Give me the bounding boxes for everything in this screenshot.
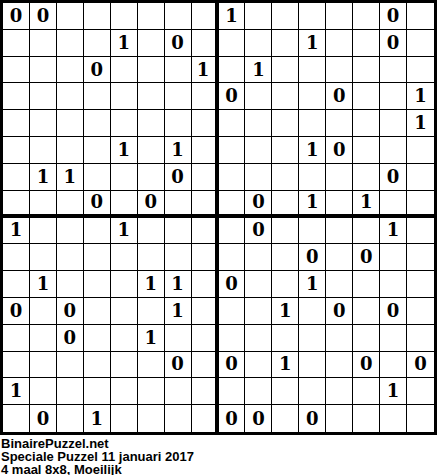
cell-r10c12: 0: [299, 244, 326, 271]
cell-r12c3: 0: [57, 298, 84, 325]
cell-r13c10[interactable]: [245, 325, 272, 352]
cell-r8c6: 0: [138, 191, 165, 218]
cell-r3c9[interactable]: [219, 57, 246, 84]
cell-r9c8[interactable]: [192, 218, 219, 245]
cell-r11c1[interactable]: [3, 271, 30, 298]
cell-r1c11[interactable]: [272, 3, 299, 30]
cell-r14c14: 0: [353, 352, 380, 379]
cell-r16c10: 0: [245, 405, 272, 432]
cell-r5c4[interactable]: [84, 110, 111, 137]
cell-r8c4: 0: [84, 191, 111, 218]
cell-r16c3[interactable]: [57, 405, 84, 432]
cell-r13c11[interactable]: [272, 325, 299, 352]
cell-r16c15[interactable]: [380, 405, 407, 432]
cell-r3c2[interactable]: [30, 57, 57, 84]
cell-r15c5[interactable]: [111, 378, 138, 405]
cell-r5c3[interactable]: [57, 110, 84, 137]
cell-r2c10[interactable]: [245, 30, 272, 57]
cell-r5c1[interactable]: [3, 110, 30, 137]
cell-r7c9[interactable]: [219, 164, 246, 191]
cell-r16c11[interactable]: [272, 405, 299, 432]
cell-r13c12[interactable]: [299, 325, 326, 352]
cell-r13c3: 0: [57, 325, 84, 352]
cell-r10c16[interactable]: [407, 244, 434, 271]
cell-r9c10: 0: [245, 218, 272, 245]
cell-r8c7[interactable]: [165, 191, 192, 218]
cell-r7c15: 0: [380, 164, 407, 191]
cell-r10c10[interactable]: [245, 244, 272, 271]
cell-r10c3[interactable]: [57, 244, 84, 271]
cell-r2c6[interactable]: [138, 30, 165, 57]
cell-r1c7[interactable]: [165, 3, 192, 30]
cell-r7c11[interactable]: [272, 164, 299, 191]
cell-r9c1: 1: [3, 218, 30, 245]
cell-r16c8[interactable]: [192, 405, 219, 432]
cell-r11c16[interactable]: [407, 271, 434, 298]
cell-r14c12[interactable]: [299, 352, 326, 379]
cell-r10c11[interactable]: [272, 244, 299, 271]
cell-r6c10[interactable]: [245, 137, 272, 164]
cell-r12c5[interactable]: [111, 298, 138, 325]
cell-r5c14[interactable]: [353, 110, 380, 137]
cell-r11c14[interactable]: [353, 271, 380, 298]
cell-r15c7[interactable]: [165, 378, 192, 405]
cell-r9c4[interactable]: [84, 218, 111, 245]
binary-puzzle-board: 0010101001100111110110000011110100111010…: [0, 0, 437, 435]
cell-r6c1[interactable]: [3, 137, 30, 164]
cell-r9c7[interactable]: [165, 218, 192, 245]
cell-r3c10: 1: [245, 57, 272, 84]
cell-r14c16: 0: [407, 352, 434, 379]
cell-r6c16[interactable]: [407, 137, 434, 164]
cell-r8c11[interactable]: [272, 191, 299, 218]
cell-r3c4: 0: [84, 57, 111, 84]
cell-r2c4[interactable]: [84, 30, 111, 57]
cell-r14c10[interactable]: [245, 352, 272, 379]
cell-r16c5[interactable]: [111, 405, 138, 432]
cell-r6c5: 1: [111, 137, 138, 164]
cell-r16c9: 0: [219, 405, 246, 432]
cell-r1c13[interactable]: [326, 3, 353, 30]
cell-r1c14[interactable]: [353, 3, 380, 30]
cell-r13c9[interactable]: [219, 325, 246, 352]
cell-r15c8[interactable]: [192, 378, 219, 405]
cell-r7c6[interactable]: [138, 164, 165, 191]
cell-r4c15[interactable]: [380, 83, 407, 110]
cell-r12c7: 1: [165, 298, 192, 325]
cell-r11c3[interactable]: [57, 271, 84, 298]
cell-r14c11: 1: [272, 352, 299, 379]
cell-r15c16[interactable]: [407, 378, 434, 405]
cell-r12c16[interactable]: [407, 298, 434, 325]
cell-r11c9: 0: [219, 271, 246, 298]
cell-r7c16[interactable]: [407, 164, 434, 191]
cell-r10c5[interactable]: [111, 244, 138, 271]
cell-r12c13: 0: [326, 298, 353, 325]
cell-r6c12: 1: [299, 137, 326, 164]
cell-r4c11[interactable]: [272, 83, 299, 110]
cell-r8c5[interactable]: [111, 191, 138, 218]
cell-r2c13[interactable]: [326, 30, 353, 57]
cell-r5c2[interactable]: [30, 110, 57, 137]
cell-r5c9[interactable]: [219, 110, 246, 137]
cell-r1c8[interactable]: [192, 3, 219, 30]
cell-r11c5[interactable]: [111, 271, 138, 298]
cell-r11c12: 1: [299, 271, 326, 298]
cell-r12c11: 1: [272, 298, 299, 325]
cell-r2c9[interactable]: [219, 30, 246, 57]
cell-r3c1[interactable]: [3, 57, 30, 84]
cell-r16c14[interactable]: [353, 405, 380, 432]
cell-r9c9[interactable]: [219, 218, 246, 245]
cell-r11c7: 1: [165, 271, 192, 298]
cell-r9c5: 1: [111, 218, 138, 245]
cell-r15c11[interactable]: [272, 378, 299, 405]
cell-r15c2[interactable]: [30, 378, 57, 405]
cell-r10c14: 0: [353, 244, 380, 271]
cell-r10c15[interactable]: [380, 244, 407, 271]
cell-r8c3[interactable]: [57, 191, 84, 218]
cell-r14c3[interactable]: [57, 352, 84, 379]
cell-r9c14[interactable]: [353, 218, 380, 245]
cell-r10c4[interactable]: [84, 244, 111, 271]
cell-r15c12[interactable]: [299, 378, 326, 405]
cell-r13c4[interactable]: [84, 325, 111, 352]
cell-r9c15: 1: [380, 218, 407, 245]
cell-r1c3[interactable]: [57, 3, 84, 30]
cell-r13c13[interactable]: [326, 325, 353, 352]
cell-r4c1[interactable]: [3, 83, 30, 110]
cell-r11c11[interactable]: [272, 271, 299, 298]
cell-r11c8[interactable]: [192, 271, 219, 298]
cell-r8c14: 1: [353, 191, 380, 218]
cell-r16c6[interactable]: [138, 405, 165, 432]
cell-r15c4[interactable]: [84, 378, 111, 405]
cell-r9c6[interactable]: [138, 218, 165, 245]
cell-r14c8[interactable]: [192, 352, 219, 379]
cell-r2c12: 1: [299, 30, 326, 57]
cell-r4c14[interactable]: [353, 83, 380, 110]
cell-r5c11[interactable]: [272, 110, 299, 137]
cell-r4c3[interactable]: [57, 83, 84, 110]
cell-r14c13[interactable]: [326, 352, 353, 379]
cell-r4c13: 0: [326, 83, 353, 110]
cell-r7c2: 1: [30, 164, 57, 191]
cell-r9c16[interactable]: [407, 218, 434, 245]
cell-r1c5[interactable]: [111, 3, 138, 30]
cell-r2c3[interactable]: [57, 30, 84, 57]
cell-r10c7[interactable]: [165, 244, 192, 271]
cell-r14c4[interactable]: [84, 352, 111, 379]
cell-r1c2: 0: [30, 3, 57, 30]
cell-r2c11[interactable]: [272, 30, 299, 57]
cell-r13c1[interactable]: [3, 325, 30, 352]
cell-r4c6[interactable]: [138, 83, 165, 110]
cell-r16c2: 0: [30, 405, 57, 432]
cell-r4c16: 1: [407, 83, 434, 110]
cell-r13c5[interactable]: [111, 325, 138, 352]
cell-r3c16[interactable]: [407, 57, 434, 84]
cell-r10c2[interactable]: [30, 244, 57, 271]
cell-r3c15[interactable]: [380, 57, 407, 84]
cell-r16c12: 0: [299, 405, 326, 432]
cell-r2c8[interactable]: [192, 30, 219, 57]
cell-r5c7[interactable]: [165, 110, 192, 137]
cell-r15c3[interactable]: [57, 378, 84, 405]
puzzle-subtitle: 4 maal 8x8, Moeilijk: [1, 463, 437, 475]
cell-r4c12[interactable]: [299, 83, 326, 110]
cell-r14c9: 0: [219, 352, 246, 379]
cell-r16c1[interactable]: [3, 405, 30, 432]
cell-r15c9[interactable]: [219, 378, 246, 405]
cell-r10c13[interactable]: [326, 244, 353, 271]
cell-r4c7[interactable]: [165, 83, 192, 110]
cell-r8c8[interactable]: [192, 191, 219, 218]
cell-r5c13[interactable]: [326, 110, 353, 137]
cell-r13c6: 1: [138, 325, 165, 352]
cell-r11c6: 1: [138, 271, 165, 298]
cell-r10c8[interactable]: [192, 244, 219, 271]
cell-r2c7: 0: [165, 30, 192, 57]
cell-r16c16[interactable]: [407, 405, 434, 432]
cell-r12c10[interactable]: [245, 298, 272, 325]
cell-r8c2[interactable]: [30, 191, 57, 218]
cell-r2c15: 0: [380, 30, 407, 57]
cell-r7c10[interactable]: [245, 164, 272, 191]
cell-r1c4[interactable]: [84, 3, 111, 30]
cell-r2c2[interactable]: [30, 30, 57, 57]
cell-r3c14[interactable]: [353, 57, 380, 84]
cell-r4c5[interactable]: [111, 83, 138, 110]
cell-r9c12[interactable]: [299, 218, 326, 245]
cell-r3c8: 1: [192, 57, 219, 84]
cell-r2c14[interactable]: [353, 30, 380, 57]
cell-r11c4[interactable]: [84, 271, 111, 298]
cell-r13c14[interactable]: [353, 325, 380, 352]
cell-r8c15[interactable]: [380, 191, 407, 218]
puzzle-footer: BinairePuzzel.net Speciale Puzzel 11 jan…: [0, 435, 437, 475]
cell-r2c5: 1: [111, 30, 138, 57]
cell-r15c1: 1: [3, 378, 30, 405]
cell-r11c15[interactable]: [380, 271, 407, 298]
cell-r5c6[interactable]: [138, 110, 165, 137]
cell-r15c14[interactable]: [353, 378, 380, 405]
cell-r15c15: 1: [380, 378, 407, 405]
cell-r5c5[interactable]: [111, 110, 138, 137]
cell-r8c10: 0: [245, 191, 272, 218]
cell-r5c10[interactable]: [245, 110, 272, 137]
cell-r8c16[interactable]: [407, 191, 434, 218]
cell-r9c13[interactable]: [326, 218, 353, 245]
cell-r10c9[interactable]: [219, 244, 246, 271]
cell-r7c1[interactable]: [3, 164, 30, 191]
cell-r6c2[interactable]: [30, 137, 57, 164]
cell-r2c16[interactable]: [407, 30, 434, 57]
cell-r5c15[interactable]: [380, 110, 407, 137]
cell-r10c1[interactable]: [3, 244, 30, 271]
cell-r13c15[interactable]: [380, 325, 407, 352]
cell-r6c3[interactable]: [57, 137, 84, 164]
cell-r3c3[interactable]: [57, 57, 84, 84]
cell-r4c2[interactable]: [30, 83, 57, 110]
cell-r5c12[interactable]: [299, 110, 326, 137]
cell-r6c8[interactable]: [192, 137, 219, 164]
cell-r1c6[interactable]: [138, 3, 165, 30]
cell-r8c1[interactable]: [3, 191, 30, 218]
cell-r11c13[interactable]: [326, 271, 353, 298]
cell-r1c16[interactable]: [407, 3, 434, 30]
cell-r4c8[interactable]: [192, 83, 219, 110]
cell-r1c12[interactable]: [299, 3, 326, 30]
cell-r1c9: 1: [219, 3, 246, 30]
cell-r10c6[interactable]: [138, 244, 165, 271]
cell-r7c4[interactable]: [84, 164, 111, 191]
cell-r7c13[interactable]: [326, 164, 353, 191]
cell-r5c16: 1: [407, 110, 434, 137]
cell-r6c6[interactable]: [138, 137, 165, 164]
cell-r6c4[interactable]: [84, 137, 111, 164]
cell-r3c7[interactable]: [165, 57, 192, 84]
cell-r12c9[interactable]: [219, 298, 246, 325]
cell-r14c1[interactable]: [3, 352, 30, 379]
cell-r7c12[interactable]: [299, 164, 326, 191]
cell-r14c7: 0: [165, 352, 192, 379]
cell-r9c11[interactable]: [272, 218, 299, 245]
cell-r1c1: 0: [3, 3, 30, 30]
cell-r1c10[interactable]: [245, 3, 272, 30]
cell-r12c14[interactable]: [353, 298, 380, 325]
cell-r6c11[interactable]: [272, 137, 299, 164]
cell-r6c9[interactable]: [219, 137, 246, 164]
cell-r1c15: 0: [380, 3, 407, 30]
cell-r14c15[interactable]: [380, 352, 407, 379]
cell-r15c10[interactable]: [245, 378, 272, 405]
cell-r13c16[interactable]: [407, 325, 434, 352]
cell-r8c13[interactable]: [326, 191, 353, 218]
cell-r14c5[interactable]: [111, 352, 138, 379]
cell-r3c12[interactable]: [299, 57, 326, 84]
cell-r16c7[interactable]: [165, 405, 192, 432]
cell-r3c6[interactable]: [138, 57, 165, 84]
cell-r4c10[interactable]: [245, 83, 272, 110]
cell-r6c14[interactable]: [353, 137, 380, 164]
cell-r3c11[interactable]: [272, 57, 299, 84]
cell-r5c8[interactable]: [192, 110, 219, 137]
cell-r15c13[interactable]: [326, 378, 353, 405]
cell-r13c7[interactable]: [165, 325, 192, 352]
cell-r13c8[interactable]: [192, 325, 219, 352]
cell-r6c13: 0: [326, 137, 353, 164]
cell-r12c1: 0: [3, 298, 30, 325]
cell-r7c8[interactable]: [192, 164, 219, 191]
cell-r7c3: 1: [57, 164, 84, 191]
cell-r13c2[interactable]: [30, 325, 57, 352]
puzzle-page: 0010101001100111110110000011110100111010…: [0, 0, 437, 475]
cell-r4c9: 0: [219, 83, 246, 110]
cell-r12c4[interactable]: [84, 298, 111, 325]
cell-r6c7: 1: [165, 137, 192, 164]
cell-r12c12[interactable]: [299, 298, 326, 325]
cell-r14c6[interactable]: [138, 352, 165, 379]
cell-r7c14[interactable]: [353, 164, 380, 191]
cell-r2c1[interactable]: [3, 30, 30, 57]
cell-r12c2[interactable]: [30, 298, 57, 325]
cell-r11c2: 1: [30, 271, 57, 298]
cell-r12c15: 0: [380, 298, 407, 325]
cell-r7c7: 0: [165, 164, 192, 191]
cell-r15c6[interactable]: [138, 378, 165, 405]
cell-r9c2[interactable]: [30, 218, 57, 245]
cell-r7c5[interactable]: [111, 164, 138, 191]
cell-r6c15[interactable]: [380, 137, 407, 164]
cell-r8c12: 1: [299, 191, 326, 218]
cell-r12c8[interactable]: [192, 298, 219, 325]
cell-r3c13[interactable]: [326, 57, 353, 84]
cell-r16c4: 1: [84, 405, 111, 432]
cell-r3c5[interactable]: [111, 57, 138, 84]
cell-r16c13[interactable]: [326, 405, 353, 432]
cell-r8c9[interactable]: [219, 191, 246, 218]
cell-r4c4[interactable]: [84, 83, 111, 110]
cell-r14c2[interactable]: [30, 352, 57, 379]
cell-r9c3[interactable]: [57, 218, 84, 245]
cell-r11c10[interactable]: [245, 271, 272, 298]
cell-r12c6[interactable]: [138, 298, 165, 325]
